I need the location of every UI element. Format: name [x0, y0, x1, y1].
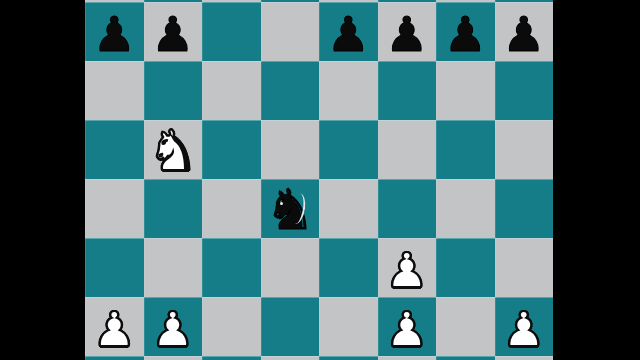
square-f6[interactable] [378, 61, 437, 120]
square-a7[interactable]: ♟ [85, 2, 144, 61]
square-c4[interactable] [202, 179, 261, 238]
square-e2[interactable] [319, 297, 378, 356]
square-h2[interactable]: ♟ [495, 297, 554, 356]
square-g4[interactable] [436, 179, 495, 238]
letterbox-left-bar [0, 0, 85, 360]
square-c5[interactable] [202, 120, 261, 179]
square-h6[interactable] [495, 61, 554, 120]
square-c7[interactable] [202, 2, 261, 61]
square-f7[interactable]: ♟ [378, 2, 437, 61]
square-a2[interactable]: ♟ [85, 297, 144, 356]
square-a1[interactable] [85, 356, 144, 360]
square-a4[interactable] [85, 179, 144, 238]
video-frame: ♟♟♟♟♟♟♞♞♟♟♟♟♟ [0, 0, 640, 360]
black-pawn-g7[interactable]: ♟ [436, 4, 495, 63]
square-h1[interactable] [495, 356, 554, 360]
black-pawn-a7[interactable]: ♟ [85, 4, 144, 63]
white-pawn-h2[interactable]: ♟ [495, 299, 554, 358]
square-b6[interactable] [144, 61, 203, 120]
black-knight-d4[interactable]: ♞ [261, 180, 320, 239]
square-d7[interactable] [261, 2, 320, 61]
square-h4[interactable] [495, 179, 554, 238]
black-pawn-b7[interactable]: ♟ [144, 4, 203, 63]
square-d2[interactable] [261, 297, 320, 356]
black-pawn-f7[interactable]: ♟ [378, 4, 437, 63]
white-pawn-f2[interactable]: ♟ [378, 299, 437, 358]
square-a3[interactable] [85, 238, 144, 297]
square-h3[interactable] [495, 238, 554, 297]
letterbox-right-bar [553, 0, 640, 360]
black-knight-mane-highlight [287, 192, 306, 225]
square-e6[interactable] [319, 61, 378, 120]
square-b5[interactable]: ♞ [144, 120, 203, 179]
square-g1[interactable] [436, 356, 495, 360]
square-d6[interactable] [261, 61, 320, 120]
square-g3[interactable] [436, 238, 495, 297]
white-knight-eye-detail [165, 139, 168, 142]
square-e4[interactable] [319, 179, 378, 238]
square-f2[interactable]: ♟ [378, 297, 437, 356]
square-d5[interactable] [261, 120, 320, 179]
square-c1[interactable] [202, 356, 261, 360]
white-pawn-b2[interactable]: ♟ [144, 299, 203, 358]
black-knight-eye-detail [280, 202, 283, 205]
square-h5[interactable] [495, 120, 554, 179]
square-b2[interactable]: ♟ [144, 297, 203, 356]
chess-board: ♟♟♟♟♟♟♞♞♟♟♟♟♟ [85, 0, 553, 360]
square-g7[interactable]: ♟ [436, 2, 495, 61]
square-d1[interactable] [261, 356, 320, 360]
square-b7[interactable]: ♟ [144, 2, 203, 61]
white-pawn-f3[interactable]: ♟ [378, 240, 437, 299]
square-f5[interactable] [378, 120, 437, 179]
square-g2[interactable] [436, 297, 495, 356]
square-f4[interactable] [378, 179, 437, 238]
square-f3[interactable]: ♟ [378, 238, 437, 297]
square-e7[interactable]: ♟ [319, 2, 378, 61]
black-pawn-h7[interactable]: ♟ [495, 4, 554, 63]
white-knight-b5[interactable]: ♞ [144, 121, 203, 180]
square-b3[interactable] [144, 238, 203, 297]
square-h7[interactable]: ♟ [495, 2, 554, 61]
square-e5[interactable] [319, 120, 378, 179]
square-f1[interactable] [378, 356, 437, 360]
white-pawn-a2[interactable]: ♟ [85, 299, 144, 358]
square-e3[interactable] [319, 238, 378, 297]
square-c6[interactable] [202, 61, 261, 120]
black-pawn-e7[interactable]: ♟ [319, 4, 378, 63]
square-g5[interactable] [436, 120, 495, 179]
square-a5[interactable] [85, 120, 144, 179]
square-b1[interactable] [144, 356, 203, 360]
square-b4[interactable] [144, 179, 203, 238]
square-a6[interactable] [85, 61, 144, 120]
square-c3[interactable] [202, 238, 261, 297]
square-e1[interactable] [319, 356, 378, 360]
square-d4[interactable]: ♞ [261, 179, 320, 238]
square-d3[interactable] [261, 238, 320, 297]
square-c2[interactable] [202, 297, 261, 356]
square-g6[interactable] [436, 61, 495, 120]
